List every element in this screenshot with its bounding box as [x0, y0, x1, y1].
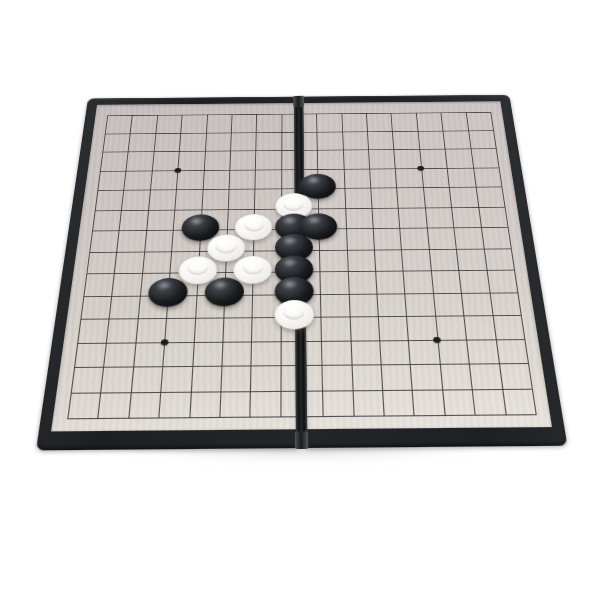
- folding-go-board: [36, 95, 567, 451]
- go-board-scene: [63, 52, 536, 452]
- go-stone-white: [233, 255, 272, 283]
- grid-line-horizontal: [304, 167, 499, 169]
- grid-line-horizontal: [305, 248, 511, 251]
- grid-line-horizontal: [305, 227, 508, 230]
- grid-line-horizontal: [304, 148, 496, 150]
- grid-line-horizontal: [107, 114, 294, 116]
- grid-line-horizontal: [304, 130, 494, 132]
- go-stone-white: [274, 299, 314, 329]
- grid-line-horizontal: [97, 188, 294, 191]
- grid-line-horizontal: [105, 132, 295, 134]
- star-point: [174, 168, 181, 173]
- go-stone-black: [147, 278, 188, 307]
- grid-line-horizontal: [102, 150, 294, 152]
- page-background: { "game": "go (weiqi) — magnetic folding…: [0, 0, 600, 600]
- grid-line-horizontal: [95, 208, 295, 211]
- grid-line-horizontal: [92, 229, 295, 232]
- grid-line-horizontal: [89, 250, 295, 253]
- go-stone-white: [177, 256, 217, 284]
- star-point: [417, 165, 424, 170]
- grid-line-horizontal: [304, 187, 501, 190]
- go-stone-black: [204, 277, 244, 306]
- grid-line-horizontal: [100, 169, 295, 171]
- grid-line-horizontal: [303, 112, 490, 114]
- grid-line-horizontal: [304, 206, 504, 209]
